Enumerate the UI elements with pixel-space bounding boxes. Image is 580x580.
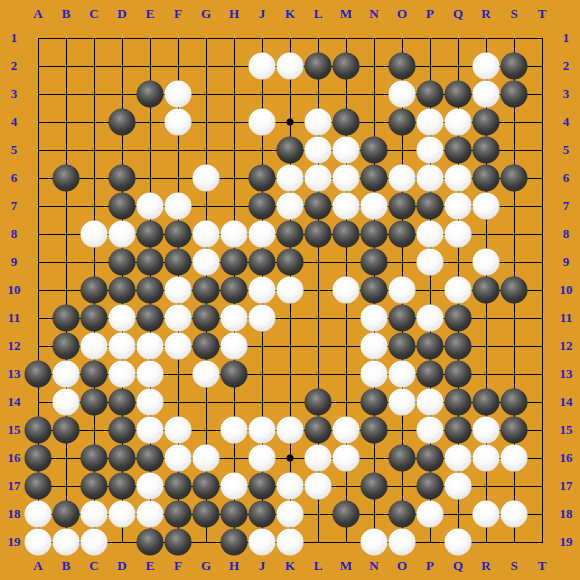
point-S17[interactable]	[500, 472, 528, 500]
point-H10[interactable]	[220, 276, 248, 304]
point-B13[interactable]	[52, 360, 80, 388]
point-N16[interactable]	[360, 444, 388, 472]
point-L11[interactable]	[304, 304, 332, 332]
point-J14[interactable]	[248, 388, 276, 416]
point-N13[interactable]	[360, 360, 388, 388]
point-C9[interactable]	[80, 248, 108, 276]
point-R4[interactable]	[472, 108, 500, 136]
point-E16[interactable]	[136, 444, 164, 472]
point-G13[interactable]	[192, 360, 220, 388]
point-Q17[interactable]	[444, 472, 472, 500]
point-B12[interactable]	[52, 332, 80, 360]
point-H11[interactable]	[220, 304, 248, 332]
point-C18[interactable]	[80, 500, 108, 528]
point-C3[interactable]	[80, 80, 108, 108]
point-S11[interactable]	[500, 304, 528, 332]
point-N8[interactable]	[360, 220, 388, 248]
point-S9[interactable]	[500, 248, 528, 276]
point-G12[interactable]	[192, 332, 220, 360]
point-D18[interactable]	[108, 500, 136, 528]
point-R10[interactable]	[472, 276, 500, 304]
point-N3[interactable]	[360, 80, 388, 108]
point-B18[interactable]	[52, 500, 80, 528]
point-J15[interactable]	[248, 416, 276, 444]
point-N1[interactable]	[360, 24, 388, 52]
point-D5[interactable]	[108, 136, 136, 164]
point-C2[interactable]	[80, 52, 108, 80]
point-F3[interactable]	[164, 80, 192, 108]
point-R12[interactable]	[472, 332, 500, 360]
point-A11[interactable]	[24, 304, 52, 332]
point-P4[interactable]	[416, 108, 444, 136]
point-G8[interactable]	[192, 220, 220, 248]
point-P5[interactable]	[416, 136, 444, 164]
point-O7[interactable]	[388, 192, 416, 220]
point-B14[interactable]	[52, 388, 80, 416]
point-H16[interactable]	[220, 444, 248, 472]
point-E17[interactable]	[136, 472, 164, 500]
point-O14[interactable]	[388, 388, 416, 416]
point-H8[interactable]	[220, 220, 248, 248]
point-Q1[interactable]	[444, 24, 472, 52]
point-G6[interactable]	[192, 164, 220, 192]
point-K12[interactable]	[276, 332, 304, 360]
point-Q16[interactable]	[444, 444, 472, 472]
point-O1[interactable]	[388, 24, 416, 52]
point-M5[interactable]	[332, 136, 360, 164]
point-T11[interactable]	[528, 304, 556, 332]
point-S10[interactable]	[500, 276, 528, 304]
point-S13[interactable]	[500, 360, 528, 388]
point-M15[interactable]	[332, 416, 360, 444]
point-E7[interactable]	[136, 192, 164, 220]
point-H15[interactable]	[220, 416, 248, 444]
point-H18[interactable]	[220, 500, 248, 528]
point-B17[interactable]	[52, 472, 80, 500]
point-O3[interactable]	[388, 80, 416, 108]
point-R15[interactable]	[472, 416, 500, 444]
point-J2[interactable]	[248, 52, 276, 80]
point-N5[interactable]	[360, 136, 388, 164]
point-A6[interactable]	[24, 164, 52, 192]
point-M13[interactable]	[332, 360, 360, 388]
point-K6[interactable]	[276, 164, 304, 192]
point-O6[interactable]	[388, 164, 416, 192]
point-T19[interactable]	[528, 528, 556, 556]
point-M17[interactable]	[332, 472, 360, 500]
point-S7[interactable]	[500, 192, 528, 220]
point-C13[interactable]	[80, 360, 108, 388]
point-S5[interactable]	[500, 136, 528, 164]
point-S19[interactable]	[500, 528, 528, 556]
point-P19[interactable]	[416, 528, 444, 556]
point-E9[interactable]	[136, 248, 164, 276]
point-E6[interactable]	[136, 164, 164, 192]
point-K8[interactable]	[276, 220, 304, 248]
point-L12[interactable]	[304, 332, 332, 360]
point-J4[interactable]	[248, 108, 276, 136]
point-M2[interactable]	[332, 52, 360, 80]
point-F17[interactable]	[164, 472, 192, 500]
point-Q2[interactable]	[444, 52, 472, 80]
point-S1[interactable]	[500, 24, 528, 52]
point-K11[interactable]	[276, 304, 304, 332]
point-P12[interactable]	[416, 332, 444, 360]
point-E11[interactable]	[136, 304, 164, 332]
point-G4[interactable]	[192, 108, 220, 136]
point-T9[interactable]	[528, 248, 556, 276]
point-E19[interactable]	[136, 528, 164, 556]
point-S18[interactable]	[500, 500, 528, 528]
point-A12[interactable]	[24, 332, 52, 360]
point-K7[interactable]	[276, 192, 304, 220]
point-L14[interactable]	[304, 388, 332, 416]
point-G10[interactable]	[192, 276, 220, 304]
point-J1[interactable]	[248, 24, 276, 52]
point-T12[interactable]	[528, 332, 556, 360]
point-P3[interactable]	[416, 80, 444, 108]
point-N18[interactable]	[360, 500, 388, 528]
point-A1[interactable]	[24, 24, 52, 52]
point-P11[interactable]	[416, 304, 444, 332]
point-B4[interactable]	[52, 108, 80, 136]
point-N10[interactable]	[360, 276, 388, 304]
point-L5[interactable]	[304, 136, 332, 164]
point-T16[interactable]	[528, 444, 556, 472]
point-E1[interactable]	[136, 24, 164, 52]
point-J6[interactable]	[248, 164, 276, 192]
point-Q6[interactable]	[444, 164, 472, 192]
point-C8[interactable]	[80, 220, 108, 248]
point-D4[interactable]	[108, 108, 136, 136]
point-K13[interactable]	[276, 360, 304, 388]
point-N2[interactable]	[360, 52, 388, 80]
point-C1[interactable]	[80, 24, 108, 52]
point-F19[interactable]	[164, 528, 192, 556]
point-T10[interactable]	[528, 276, 556, 304]
point-H7[interactable]	[220, 192, 248, 220]
point-K18[interactable]	[276, 500, 304, 528]
point-L18[interactable]	[304, 500, 332, 528]
point-Q12[interactable]	[444, 332, 472, 360]
point-F11[interactable]	[164, 304, 192, 332]
point-P18[interactable]	[416, 500, 444, 528]
board-grid[interactable]	[24, 24, 556, 556]
point-A15[interactable]	[24, 416, 52, 444]
point-L15[interactable]	[304, 416, 332, 444]
point-J18[interactable]	[248, 500, 276, 528]
point-N11[interactable]	[360, 304, 388, 332]
point-M1[interactable]	[332, 24, 360, 52]
point-G16[interactable]	[192, 444, 220, 472]
point-N12[interactable]	[360, 332, 388, 360]
point-N4[interactable]	[360, 108, 388, 136]
point-A19[interactable]	[24, 528, 52, 556]
point-K19[interactable]	[276, 528, 304, 556]
point-T5[interactable]	[528, 136, 556, 164]
point-D13[interactable]	[108, 360, 136, 388]
point-K3[interactable]	[276, 80, 304, 108]
point-H4[interactable]	[220, 108, 248, 136]
point-F18[interactable]	[164, 500, 192, 528]
point-H1[interactable]	[220, 24, 248, 52]
point-D19[interactable]	[108, 528, 136, 556]
point-C11[interactable]	[80, 304, 108, 332]
point-C10[interactable]	[80, 276, 108, 304]
point-Q3[interactable]	[444, 80, 472, 108]
point-L2[interactable]	[304, 52, 332, 80]
point-E8[interactable]	[136, 220, 164, 248]
point-K1[interactable]	[276, 24, 304, 52]
point-O10[interactable]	[388, 276, 416, 304]
point-O5[interactable]	[388, 136, 416, 164]
point-Q11[interactable]	[444, 304, 472, 332]
point-R8[interactable]	[472, 220, 500, 248]
point-O17[interactable]	[388, 472, 416, 500]
point-B16[interactable]	[52, 444, 80, 472]
point-B7[interactable]	[52, 192, 80, 220]
point-D15[interactable]	[108, 416, 136, 444]
point-O18[interactable]	[388, 500, 416, 528]
point-G3[interactable]	[192, 80, 220, 108]
point-A10[interactable]	[24, 276, 52, 304]
point-M16[interactable]	[332, 444, 360, 472]
point-L10[interactable]	[304, 276, 332, 304]
point-Q10[interactable]	[444, 276, 472, 304]
point-D12[interactable]	[108, 332, 136, 360]
point-S2[interactable]	[500, 52, 528, 80]
point-A4[interactable]	[24, 108, 52, 136]
point-T6[interactable]	[528, 164, 556, 192]
point-T3[interactable]	[528, 80, 556, 108]
point-N15[interactable]	[360, 416, 388, 444]
point-T15[interactable]	[528, 416, 556, 444]
point-C12[interactable]	[80, 332, 108, 360]
point-K16[interactable]	[276, 444, 304, 472]
point-D2[interactable]	[108, 52, 136, 80]
point-H17[interactable]	[220, 472, 248, 500]
point-M4[interactable]	[332, 108, 360, 136]
point-F15[interactable]	[164, 416, 192, 444]
point-F8[interactable]	[164, 220, 192, 248]
point-E12[interactable]	[136, 332, 164, 360]
point-F14[interactable]	[164, 388, 192, 416]
point-J17[interactable]	[248, 472, 276, 500]
point-D14[interactable]	[108, 388, 136, 416]
point-K4[interactable]	[276, 108, 304, 136]
point-Q13[interactable]	[444, 360, 472, 388]
point-G2[interactable]	[192, 52, 220, 80]
point-J7[interactable]	[248, 192, 276, 220]
point-T4[interactable]	[528, 108, 556, 136]
point-F7[interactable]	[164, 192, 192, 220]
point-R1[interactable]	[472, 24, 500, 52]
point-O4[interactable]	[388, 108, 416, 136]
point-P17[interactable]	[416, 472, 444, 500]
point-O15[interactable]	[388, 416, 416, 444]
point-M6[interactable]	[332, 164, 360, 192]
point-T17[interactable]	[528, 472, 556, 500]
point-J8[interactable]	[248, 220, 276, 248]
point-J11[interactable]	[248, 304, 276, 332]
point-B3[interactable]	[52, 80, 80, 108]
point-A16[interactable]	[24, 444, 52, 472]
point-F1[interactable]	[164, 24, 192, 52]
point-J12[interactable]	[248, 332, 276, 360]
point-P8[interactable]	[416, 220, 444, 248]
point-S8[interactable]	[500, 220, 528, 248]
point-P2[interactable]	[416, 52, 444, 80]
point-E15[interactable]	[136, 416, 164, 444]
point-N6[interactable]	[360, 164, 388, 192]
point-G9[interactable]	[192, 248, 220, 276]
point-Q15[interactable]	[444, 416, 472, 444]
point-D17[interactable]	[108, 472, 136, 500]
point-T13[interactable]	[528, 360, 556, 388]
point-M3[interactable]	[332, 80, 360, 108]
point-H2[interactable]	[220, 52, 248, 80]
point-D16[interactable]	[108, 444, 136, 472]
point-H19[interactable]	[220, 528, 248, 556]
point-C6[interactable]	[80, 164, 108, 192]
point-S4[interactable]	[500, 108, 528, 136]
point-E18[interactable]	[136, 500, 164, 528]
point-T8[interactable]	[528, 220, 556, 248]
point-P13[interactable]	[416, 360, 444, 388]
point-G1[interactable]	[192, 24, 220, 52]
point-J19[interactable]	[248, 528, 276, 556]
point-L8[interactable]	[304, 220, 332, 248]
point-J10[interactable]	[248, 276, 276, 304]
point-R19[interactable]	[472, 528, 500, 556]
point-R16[interactable]	[472, 444, 500, 472]
point-M12[interactable]	[332, 332, 360, 360]
point-A5[interactable]	[24, 136, 52, 164]
point-F5[interactable]	[164, 136, 192, 164]
point-D6[interactable]	[108, 164, 136, 192]
point-B1[interactable]	[52, 24, 80, 52]
point-F10[interactable]	[164, 276, 192, 304]
point-R6[interactable]	[472, 164, 500, 192]
point-B5[interactable]	[52, 136, 80, 164]
point-Q7[interactable]	[444, 192, 472, 220]
point-O11[interactable]	[388, 304, 416, 332]
point-N19[interactable]	[360, 528, 388, 556]
point-C14[interactable]	[80, 388, 108, 416]
point-B15[interactable]	[52, 416, 80, 444]
point-Q8[interactable]	[444, 220, 472, 248]
point-B6[interactable]	[52, 164, 80, 192]
point-B10[interactable]	[52, 276, 80, 304]
point-C16[interactable]	[80, 444, 108, 472]
point-G7[interactable]	[192, 192, 220, 220]
point-F12[interactable]	[164, 332, 192, 360]
point-C19[interactable]	[80, 528, 108, 556]
point-J5[interactable]	[248, 136, 276, 164]
point-A2[interactable]	[24, 52, 52, 80]
point-C5[interactable]	[80, 136, 108, 164]
point-L4[interactable]	[304, 108, 332, 136]
point-S15[interactable]	[500, 416, 528, 444]
point-J3[interactable]	[248, 80, 276, 108]
point-L3[interactable]	[304, 80, 332, 108]
point-R7[interactable]	[472, 192, 500, 220]
point-R5[interactable]	[472, 136, 500, 164]
point-L1[interactable]	[304, 24, 332, 52]
point-B8[interactable]	[52, 220, 80, 248]
point-R14[interactable]	[472, 388, 500, 416]
point-K10[interactable]	[276, 276, 304, 304]
point-G17[interactable]	[192, 472, 220, 500]
point-N14[interactable]	[360, 388, 388, 416]
point-M9[interactable]	[332, 248, 360, 276]
point-S12[interactable]	[500, 332, 528, 360]
point-O12[interactable]	[388, 332, 416, 360]
point-T14[interactable]	[528, 388, 556, 416]
point-G5[interactable]	[192, 136, 220, 164]
point-J16[interactable]	[248, 444, 276, 472]
point-Q14[interactable]	[444, 388, 472, 416]
point-M18[interactable]	[332, 500, 360, 528]
point-M7[interactable]	[332, 192, 360, 220]
point-Q18[interactable]	[444, 500, 472, 528]
point-L6[interactable]	[304, 164, 332, 192]
point-D10[interactable]	[108, 276, 136, 304]
point-E4[interactable]	[136, 108, 164, 136]
point-Q9[interactable]	[444, 248, 472, 276]
point-F9[interactable]	[164, 248, 192, 276]
point-O2[interactable]	[388, 52, 416, 80]
point-G15[interactable]	[192, 416, 220, 444]
point-O13[interactable]	[388, 360, 416, 388]
point-J9[interactable]	[248, 248, 276, 276]
point-B11[interactable]	[52, 304, 80, 332]
point-T1[interactable]	[528, 24, 556, 52]
point-G14[interactable]	[192, 388, 220, 416]
point-B9[interactable]	[52, 248, 80, 276]
point-A9[interactable]	[24, 248, 52, 276]
point-F13[interactable]	[164, 360, 192, 388]
point-K5[interactable]	[276, 136, 304, 164]
point-K9[interactable]	[276, 248, 304, 276]
point-H3[interactable]	[220, 80, 248, 108]
point-G11[interactable]	[192, 304, 220, 332]
point-M11[interactable]	[332, 304, 360, 332]
point-H13[interactable]	[220, 360, 248, 388]
point-R2[interactable]	[472, 52, 500, 80]
point-H5[interactable]	[220, 136, 248, 164]
point-P7[interactable]	[416, 192, 444, 220]
point-O19[interactable]	[388, 528, 416, 556]
point-E3[interactable]	[136, 80, 164, 108]
point-G19[interactable]	[192, 528, 220, 556]
point-F16[interactable]	[164, 444, 192, 472]
point-A3[interactable]	[24, 80, 52, 108]
point-E10[interactable]	[136, 276, 164, 304]
point-M19[interactable]	[332, 528, 360, 556]
point-C15[interactable]	[80, 416, 108, 444]
point-O16[interactable]	[388, 444, 416, 472]
point-M14[interactable]	[332, 388, 360, 416]
point-R18[interactable]	[472, 500, 500, 528]
point-L19[interactable]	[304, 528, 332, 556]
point-P1[interactable]	[416, 24, 444, 52]
point-P6[interactable]	[416, 164, 444, 192]
point-T2[interactable]	[528, 52, 556, 80]
point-A7[interactable]	[24, 192, 52, 220]
point-Q19[interactable]	[444, 528, 472, 556]
point-B2[interactable]	[52, 52, 80, 80]
